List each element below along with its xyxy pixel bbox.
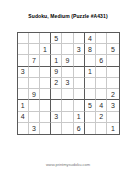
cell-r9c2: 3 xyxy=(29,123,40,134)
cell-r2c1[interactable] xyxy=(18,44,29,55)
cell-r9c5[interactable] xyxy=(62,123,73,134)
cell-r7c1: 1 xyxy=(18,100,29,111)
cell-r3c2: 7 xyxy=(29,55,40,66)
cell-r6c1[interactable] xyxy=(18,89,29,100)
cell-r4c7: 1 xyxy=(85,67,96,78)
cell-r5c6[interactable] xyxy=(74,78,85,89)
cell-r8c6: 1 xyxy=(74,112,85,123)
cell-r1c4: 5 xyxy=(51,33,62,44)
cell-r9c7[interactable] xyxy=(85,123,96,134)
cell-r6c2: 9 xyxy=(29,89,40,100)
cell-r7c9: 3 xyxy=(107,100,118,111)
cell-r4c4: 9 xyxy=(51,67,62,78)
cell-r7c8: 4 xyxy=(96,100,107,111)
footer-url: www.printmysudoku.com xyxy=(0,162,136,167)
cell-r6c4[interactable] xyxy=(51,89,62,100)
cell-r1c5[interactable] xyxy=(62,33,73,44)
cell-r8c7[interactable] xyxy=(85,112,96,123)
cell-r5c8[interactable] xyxy=(96,78,107,89)
cell-r4c6[interactable] xyxy=(74,67,85,78)
cell-r2c7: 8 xyxy=(85,44,96,55)
cell-r8c8: 2 xyxy=(96,112,107,123)
cell-r7c5[interactable] xyxy=(62,100,73,111)
cell-r8c2[interactable] xyxy=(29,112,40,123)
sudoku-board: 5413857196391239215434312361 xyxy=(17,32,120,135)
cell-r1c3[interactable] xyxy=(40,33,51,44)
cell-r9c6: 6 xyxy=(74,123,85,134)
cell-r9c3[interactable] xyxy=(40,123,51,134)
cell-r8c3[interactable] xyxy=(40,112,51,123)
cell-r1c1[interactable] xyxy=(18,33,29,44)
cell-r1c2[interactable] xyxy=(29,33,40,44)
cell-r3c4: 1 xyxy=(51,55,62,66)
cell-r2c8[interactable] xyxy=(96,44,107,55)
cell-r3c1[interactable] xyxy=(18,55,29,66)
cell-r5c5: 3 xyxy=(62,78,73,89)
cell-r1c8[interactable] xyxy=(96,33,107,44)
puzzle-title: Sudoku, Medium (Puzzle #A431) xyxy=(0,0,136,19)
cell-r7c7: 5 xyxy=(85,100,96,111)
cell-r6c8[interactable] xyxy=(96,89,107,100)
cell-r3c3[interactable] xyxy=(40,55,51,66)
cell-r5c9[interactable] xyxy=(107,78,118,89)
cell-r3c9[interactable] xyxy=(107,55,118,66)
cell-r6c7[interactable] xyxy=(85,89,96,100)
cell-r2c2[interactable] xyxy=(29,44,40,55)
cell-r4c5[interactable] xyxy=(62,67,73,78)
cell-r6c9: 2 xyxy=(107,89,118,100)
cell-r6c3[interactable] xyxy=(40,89,51,100)
cell-r8c1: 4 xyxy=(18,112,29,123)
cell-r9c1[interactable] xyxy=(18,123,29,134)
cell-r9c4[interactable] xyxy=(51,123,62,134)
cell-r5c4: 2 xyxy=(51,78,62,89)
cell-r4c9[interactable] xyxy=(107,67,118,78)
cell-r3c5: 9 xyxy=(62,55,73,66)
cell-r8c5[interactable] xyxy=(62,112,73,123)
cell-r4c1: 3 xyxy=(18,67,29,78)
cell-r2c9: 5 xyxy=(107,44,118,55)
cell-r2c5[interactable] xyxy=(62,44,73,55)
cell-r5c7[interactable] xyxy=(85,78,96,89)
cell-r1c6[interactable] xyxy=(74,33,85,44)
cell-r7c4[interactable] xyxy=(51,100,62,111)
cell-r3c8: 6 xyxy=(96,55,107,66)
cell-r4c3[interactable] xyxy=(40,67,51,78)
cell-r7c2[interactable] xyxy=(29,100,40,111)
cell-r1c9[interactable] xyxy=(107,33,118,44)
cell-r3c7[interactable] xyxy=(85,55,96,66)
cell-r9c8[interactable] xyxy=(96,123,107,134)
cell-r7c6[interactable] xyxy=(74,100,85,111)
cell-r3c6[interactable] xyxy=(74,55,85,66)
sudoku-page: Sudoku, Medium (Puzzle #A431) 5413857196… xyxy=(0,0,136,176)
cell-r6c6[interactable] xyxy=(74,89,85,100)
cell-r1c7: 4 xyxy=(85,33,96,44)
cell-r6c5[interactable] xyxy=(62,89,73,100)
cell-r2c6: 3 xyxy=(74,44,85,55)
cell-r9c9: 1 xyxy=(107,123,118,134)
cell-r2c4[interactable] xyxy=(51,44,62,55)
cell-r8c9[interactable] xyxy=(107,112,118,123)
cell-r8c4: 3 xyxy=(51,112,62,123)
cell-r2c3: 1 xyxy=(40,44,51,55)
cell-r7c3[interactable] xyxy=(40,100,51,111)
cell-r5c2[interactable] xyxy=(29,78,40,89)
cell-r4c8[interactable] xyxy=(96,67,107,78)
cell-r5c1[interactable] xyxy=(18,78,29,89)
cell-r4c2[interactable] xyxy=(29,67,40,78)
cell-r5c3[interactable] xyxy=(40,78,51,89)
